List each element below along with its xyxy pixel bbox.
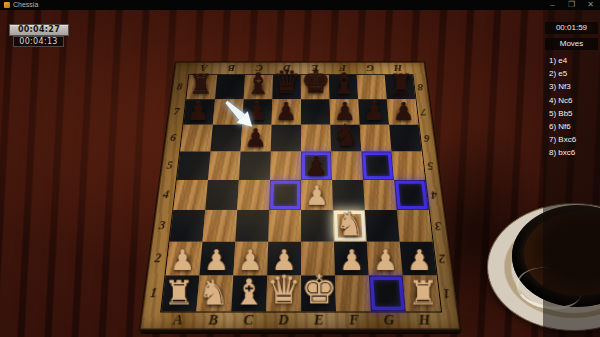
maximize-button[interactable]: ❐ bbox=[562, 0, 581, 10]
square-d4[interactable] bbox=[269, 180, 301, 210]
square-d1[interactable]: ♛ bbox=[266, 275, 301, 311]
square-g3[interactable] bbox=[365, 210, 400, 242]
coordinate-label: G bbox=[356, 62, 385, 74]
moves-panel: 00:01:59 Moves 1) e42) e53) Nf34) Nc65) … bbox=[543, 10, 600, 337]
minimize-button[interactable]: – bbox=[543, 0, 562, 10]
square-f2[interactable]: ♟ bbox=[334, 242, 369, 276]
square-e1[interactable]: ♚ bbox=[301, 275, 336, 311]
square-a5[interactable] bbox=[177, 152, 211, 180]
square-a4[interactable] bbox=[173, 180, 208, 210]
piece-white-pawn-e4[interactable]: ♟ bbox=[301, 182, 333, 209]
square-e8[interactable]: ♚ bbox=[301, 75, 330, 99]
move-entry: 3) Nf3 bbox=[549, 80, 600, 93]
highlight-legal-move-d4 bbox=[270, 181, 300, 209]
square-e6[interactable] bbox=[301, 125, 331, 152]
square-d3[interactable] bbox=[268, 210, 301, 242]
square-g8[interactable] bbox=[357, 75, 387, 99]
piece-white-pawn-f2[interactable]: ♟ bbox=[335, 246, 369, 274]
move-entry: 1) e4 bbox=[549, 54, 600, 67]
piece-black-bishop-f8[interactable]: ♝ bbox=[330, 69, 359, 99]
square-h5[interactable] bbox=[392, 152, 426, 180]
piece-black-rook-h8[interactable]: ♜ bbox=[387, 71, 416, 99]
square-b5[interactable] bbox=[208, 152, 241, 180]
chess-board[interactable]: ♜♝♛♚♝♜♟♟♟♟♟♟♟♞♟♟♞♟♟♟♟♟♟♟♜♞♝♛♚♜ ABCDEFGH … bbox=[139, 61, 462, 330]
square-g4[interactable] bbox=[363, 180, 397, 210]
piece-black-pawn-a7[interactable]: ♟ bbox=[184, 99, 213, 124]
square-h4[interactable] bbox=[394, 180, 429, 210]
square-a1[interactable]: ♜ bbox=[161, 275, 199, 311]
board-grid[interactable]: ♜♝♛♚♝♜♟♟♟♟♟♟♟♞♟♟♞♟♟♟♟♟♟♟♜♞♝♛♚♜ bbox=[160, 74, 442, 312]
piece-white-king-e1[interactable]: ♚ bbox=[301, 270, 336, 311]
square-h7[interactable]: ♟ bbox=[387, 99, 419, 125]
square-h2[interactable]: ♟ bbox=[400, 242, 437, 276]
square-g7[interactable]: ♟ bbox=[358, 99, 389, 125]
piece-white-pawn-a2[interactable]: ♟ bbox=[166, 246, 200, 274]
piece-black-pawn-h7[interactable]: ♟ bbox=[389, 99, 418, 124]
close-button[interactable]: ✕ bbox=[581, 0, 600, 10]
move-entry: 2) e5 bbox=[549, 67, 600, 80]
piece-white-queen-d1[interactable]: ♛ bbox=[266, 271, 301, 310]
square-d8[interactable]: ♛ bbox=[272, 75, 301, 99]
square-a3[interactable] bbox=[170, 210, 206, 242]
piece-black-pawn-e5[interactable]: ♟ bbox=[301, 153, 332, 179]
square-b4[interactable] bbox=[205, 180, 239, 210]
piece-black-rook-a8[interactable]: ♜ bbox=[187, 71, 216, 99]
moves-header: Moves bbox=[545, 38, 598, 50]
square-g2[interactable]: ♟ bbox=[367, 242, 403, 276]
piece-black-queen-d8[interactable]: ♛ bbox=[272, 66, 301, 98]
square-c1[interactable]: ♝ bbox=[231, 275, 267, 311]
square-c5[interactable] bbox=[239, 152, 271, 180]
square-g6[interactable] bbox=[360, 125, 392, 152]
piece-white-bishop-c1[interactable]: ♝ bbox=[231, 274, 266, 310]
chess-board-scene: ♜♝♛♚♝♜♟♟♟♟♟♟♟♞♟♟♞♟♟♟♟♟♟♟♜♞♝♛♚♜ ABCDEFGH … bbox=[159, 38, 441, 320]
moves-list: 1) e42) e53) Nf34) Nc65) Bb56) Nf67) Bxc… bbox=[549, 54, 600, 160]
square-e4[interactable]: ♟ bbox=[301, 180, 333, 210]
square-c4[interactable] bbox=[237, 180, 270, 210]
square-b3[interactable] bbox=[202, 210, 237, 242]
window-titlebar[interactable]: Chessia – ❐ ✕ bbox=[0, 0, 600, 10]
move-entry: 8) bxc6 bbox=[549, 146, 600, 159]
coordinate-label: B bbox=[217, 62, 246, 74]
piece-black-pawn-d7[interactable]: ♟ bbox=[272, 99, 301, 124]
square-d5[interactable] bbox=[270, 152, 301, 180]
move-entry: 7) Bxc6 bbox=[549, 133, 600, 146]
cursor-arrow-icon bbox=[219, 94, 261, 136]
square-g5[interactable] bbox=[361, 152, 394, 180]
piece-white-rook-h1[interactable]: ♜ bbox=[406, 276, 441, 310]
piece-black-pawn-g7[interactable]: ♟ bbox=[360, 99, 389, 124]
piece-black-king-e8[interactable]: ♚ bbox=[301, 65, 330, 98]
app-icon bbox=[4, 2, 10, 8]
square-b1[interactable]: ♞ bbox=[196, 275, 233, 311]
square-a6[interactable] bbox=[180, 125, 213, 152]
window-title: Chessia bbox=[13, 0, 38, 10]
square-f8[interactable]: ♝ bbox=[329, 75, 358, 99]
piece-black-knight-f6[interactable]: ♞ bbox=[331, 121, 361, 151]
square-f3[interactable]: ♞ bbox=[333, 210, 367, 242]
move-entry: 6) Nf6 bbox=[549, 120, 600, 133]
game-timer: 00:01:59 bbox=[545, 22, 598, 34]
piece-white-pawn-b2[interactable]: ♟ bbox=[200, 246, 234, 274]
square-b2[interactable]: ♟ bbox=[199, 242, 235, 276]
square-d6[interactable] bbox=[271, 125, 301, 152]
highlight-legal-move-h4 bbox=[395, 181, 427, 209]
highlight-legal-move-g1 bbox=[370, 277, 405, 311]
square-c3[interactable] bbox=[235, 210, 269, 242]
square-e5[interactable]: ♟ bbox=[301, 152, 332, 180]
square-h1[interactable]: ♜ bbox=[403, 275, 441, 311]
square-a8[interactable]: ♜ bbox=[186, 75, 217, 99]
piece-white-pawn-h2[interactable]: ♟ bbox=[403, 246, 437, 274]
move-entry: 5) Bb5 bbox=[549, 107, 600, 120]
square-e3[interactable] bbox=[301, 210, 334, 242]
piece-white-knight-f3[interactable]: ♞ bbox=[334, 208, 367, 241]
square-h6[interactable] bbox=[389, 125, 422, 152]
square-f5[interactable] bbox=[331, 152, 363, 180]
square-e7[interactable] bbox=[301, 99, 330, 125]
white-player-clock: 00:04:27 bbox=[9, 24, 69, 36]
square-a7[interactable]: ♟ bbox=[183, 99, 215, 125]
square-h8[interactable]: ♜ bbox=[385, 75, 416, 99]
highlight-legal-move-g5 bbox=[362, 152, 393, 179]
square-a2[interactable]: ♟ bbox=[166, 242, 203, 276]
move-entry: 4) Nc6 bbox=[549, 94, 600, 107]
square-h3[interactable] bbox=[397, 210, 433, 242]
square-f1[interactable] bbox=[335, 275, 371, 311]
square-g1[interactable] bbox=[369, 275, 406, 311]
piece-white-rook-a1[interactable]: ♜ bbox=[162, 276, 197, 310]
square-f6[interactable]: ♞ bbox=[330, 125, 361, 152]
piece-white-pawn-g2[interactable]: ♟ bbox=[369, 246, 403, 274]
square-d7[interactable]: ♟ bbox=[272, 99, 301, 125]
piece-white-knight-b1[interactable]: ♞ bbox=[196, 275, 231, 310]
black-player-clock: 00:04:13 bbox=[13, 36, 64, 47]
